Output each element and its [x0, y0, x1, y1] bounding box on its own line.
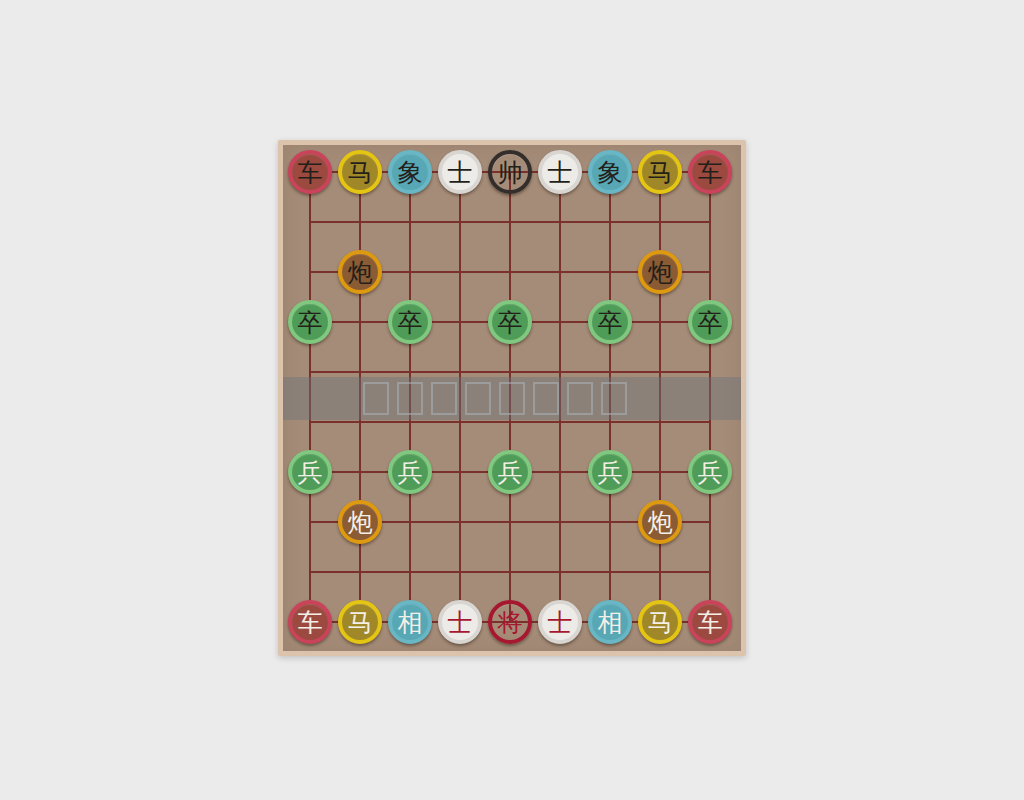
piece-horse-马[interactable]: 马: [338, 600, 382, 644]
piece-rook-车[interactable]: 车: [688, 150, 732, 194]
piece-general-将[interactable]: 将: [488, 600, 532, 644]
piece-pawn-卒[interactable]: 卒: [588, 300, 632, 344]
piece-cannon-炮[interactable]: 炮: [338, 500, 382, 544]
missing-glyph-box: [465, 382, 491, 415]
piece-horse-马[interactable]: 马: [338, 150, 382, 194]
missing-glyph-box: [397, 382, 423, 415]
piece-horse-马[interactable]: 马: [638, 150, 682, 194]
piece-rook-车[interactable]: 车: [288, 600, 332, 644]
piece-advisor-士[interactable]: 士: [438, 600, 482, 644]
missing-glyph-box: [567, 382, 593, 415]
piece-rook-车[interactable]: 车: [288, 150, 332, 194]
board-surface[interactable]: 车马象士帅士象马车炮炮卒卒卒卒卒兵兵兵兵兵炮炮车马相士将士相马车: [283, 145, 741, 651]
piece-cannon-炮[interactable]: 炮: [638, 500, 682, 544]
xiangqi-board-frame: 车马象士帅士象马车炮炮卒卒卒卒卒兵兵兵兵兵炮炮车马相士将士相马车: [278, 140, 746, 656]
piece-pawn-卒[interactable]: 卒: [488, 300, 532, 344]
piece-pawn-兵[interactable]: 兵: [688, 450, 732, 494]
piece-general-帅[interactable]: 帅: [488, 150, 532, 194]
piece-elephant-相[interactable]: 相: [388, 600, 432, 644]
piece-pawn-卒[interactable]: 卒: [688, 300, 732, 344]
piece-pawn-卒[interactable]: 卒: [288, 300, 332, 344]
missing-glyph-box: [431, 382, 457, 415]
page: { "game": "xiangqi", "position": { "fen"…: [0, 0, 1024, 800]
piece-pawn-兵[interactable]: 兵: [488, 450, 532, 494]
piece-cannon-炮[interactable]: 炮: [638, 250, 682, 294]
piece-pawn-兵[interactable]: 兵: [588, 450, 632, 494]
river-overlay: [283, 377, 741, 420]
piece-pawn-兵[interactable]: 兵: [288, 450, 332, 494]
piece-advisor-士[interactable]: 士: [538, 150, 582, 194]
piece-elephant-相[interactable]: 相: [588, 600, 632, 644]
piece-advisor-士[interactable]: 士: [438, 150, 482, 194]
piece-pawn-卒[interactable]: 卒: [388, 300, 432, 344]
piece-horse-马[interactable]: 马: [638, 600, 682, 644]
river-missing-glyph-text: [363, 382, 627, 415]
piece-pawn-兵[interactable]: 兵: [388, 450, 432, 494]
missing-glyph-box: [363, 382, 389, 415]
missing-glyph-box: [533, 382, 559, 415]
piece-advisor-士[interactable]: 士: [538, 600, 582, 644]
piece-elephant-象[interactable]: 象: [588, 150, 632, 194]
piece-rook-车[interactable]: 车: [688, 600, 732, 644]
piece-cannon-炮[interactable]: 炮: [338, 250, 382, 294]
piece-elephant-象[interactable]: 象: [388, 150, 432, 194]
missing-glyph-box: [601, 382, 627, 415]
missing-glyph-box: [499, 382, 525, 415]
